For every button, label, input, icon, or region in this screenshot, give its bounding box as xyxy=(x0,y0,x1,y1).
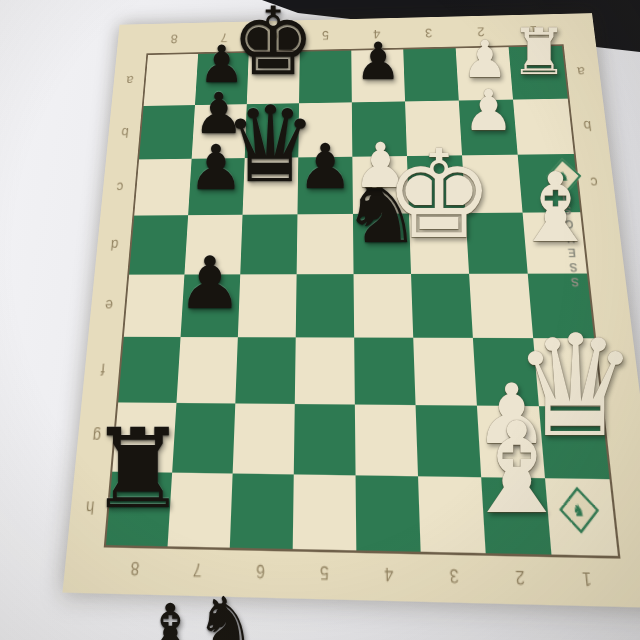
square-f4[interactable] xyxy=(354,338,415,406)
square-a3[interactable] xyxy=(403,48,459,101)
square-g6[interactable] xyxy=(233,403,295,474)
rank-label-top-8: 8 xyxy=(163,29,184,49)
rank-label-top-3: 3 xyxy=(418,23,440,44)
piece-black-pawn-a4[interactable]: ♟ xyxy=(347,36,409,87)
square-h6[interactable] xyxy=(230,474,294,549)
square-h5[interactable] xyxy=(293,474,357,550)
rank-label-bottom-3: 3 xyxy=(440,560,468,592)
square-f5[interactable] xyxy=(295,337,355,404)
rank-label-bottom-7: 7 xyxy=(184,554,211,586)
piece-white-queen-g1[interactable]: ♛ xyxy=(491,317,640,458)
file-label-left-e: e xyxy=(97,293,122,318)
captured-black-knight[interactable]: ♞ xyxy=(186,588,265,640)
rank-label-bottom-8: 8 xyxy=(121,553,148,584)
rank-label-bottom-6: 6 xyxy=(247,556,273,588)
us-chess-letter: S xyxy=(569,260,578,274)
rank-label-bottom-2: 2 xyxy=(506,561,535,594)
piece-white-king-d3[interactable]: ♚ xyxy=(366,134,513,256)
rank-label-bottom-1: 1 xyxy=(572,563,602,596)
square-f8[interactable] xyxy=(118,337,180,403)
square-e3[interactable] xyxy=(411,274,473,338)
piece-white-rook-a1[interactable]: ♜ xyxy=(500,20,577,84)
file-label-left-d: d xyxy=(103,233,127,257)
square-g4[interactable] xyxy=(355,405,418,477)
square-e5[interactable] xyxy=(296,274,354,337)
file-label-right-b: b xyxy=(575,114,600,136)
file-label-left-a: a xyxy=(119,70,141,91)
file-label-left-f: f xyxy=(90,356,115,382)
piece-white-pawn-b2[interactable]: ♟ xyxy=(455,83,523,140)
square-g5[interactable] xyxy=(294,404,356,475)
piece-black-pawn-e7[interactable]: ♟ xyxy=(167,247,254,319)
us-chess-letter: S xyxy=(570,275,579,289)
square-f6[interactable] xyxy=(235,337,295,404)
photo-scene: ♞ ♞ USCHESS abcdefghabc8765432187654321 … xyxy=(0,0,640,640)
square-f7[interactable] xyxy=(176,337,237,403)
square-e4[interactable] xyxy=(354,274,414,338)
piece-black-king-a6[interactable]: ♚ xyxy=(217,0,329,89)
piece-black-rook-h8[interactable]: ♜ xyxy=(72,414,204,524)
file-label-left-b: b xyxy=(114,122,137,144)
file-label-left-c: c xyxy=(108,176,131,199)
rank-label-bottom-5: 5 xyxy=(311,557,337,589)
piece-white-bishop-d1[interactable]: ♝ xyxy=(498,160,613,256)
square-h4[interactable] xyxy=(356,475,421,551)
rank-label-bottom-4: 4 xyxy=(376,559,403,591)
